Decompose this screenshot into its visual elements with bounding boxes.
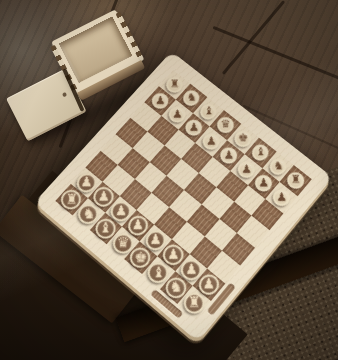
black-pawn-icon: ♟	[241, 163, 252, 175]
black-bishop-icon: ♝	[203, 106, 213, 117]
black-pawn-icon: ♟	[206, 136, 217, 147]
black-rook-icon: ♜	[290, 175, 301, 186]
white-pawn-icon: ♟	[132, 219, 145, 233]
photo-scene: ♜♞♝♛♚♝♞♜♟♟♟♟♟♟♟♟♟♟♟♟♟♟♟♟♜♞♝♛♚♝♞♜	[0, 0, 338, 360]
white-rook-icon: ♜	[65, 193, 78, 207]
white-pawn-icon: ♟	[185, 263, 198, 277]
white-pawn-icon: ♟	[80, 176, 93, 189]
white-pawn-icon: ♟	[149, 233, 162, 247]
white-knight-icon: ♞	[169, 280, 182, 295]
white-pawn-icon: ♟	[167, 248, 180, 262]
black-pawn-icon: ♟	[172, 108, 183, 119]
white-bishop-icon: ♝	[152, 265, 165, 280]
black-pawn-icon: ♟	[223, 149, 234, 161]
black-pawn-icon: ♟	[155, 95, 166, 106]
black-rook-icon: ♜	[169, 79, 179, 90]
white-rook-icon: ♜	[187, 295, 200, 310]
white-bishop-icon: ♝	[99, 221, 112, 235]
white-pawn-icon: ♟	[114, 204, 127, 218]
black-pawn-icon: ♟	[189, 122, 200, 133]
black-bishop-icon: ♝	[255, 147, 266, 158]
black-pawn-icon: ♟	[276, 191, 287, 203]
black-knight-icon: ♞	[273, 161, 284, 172]
black-pawn-icon: ♟	[258, 177, 269, 189]
white-king-icon: ♚	[134, 250, 147, 264]
black-knight-icon: ♞	[186, 93, 196, 104]
white-pawn-icon: ♟	[203, 277, 216, 291]
white-pawn-icon: ♟	[97, 190, 110, 204]
black-king-icon: ♚	[238, 133, 249, 144]
white-knight-icon: ♞	[82, 207, 95, 221]
black-queen-icon: ♛	[220, 120, 231, 131]
white-queen-icon: ♛	[116, 236, 129, 250]
